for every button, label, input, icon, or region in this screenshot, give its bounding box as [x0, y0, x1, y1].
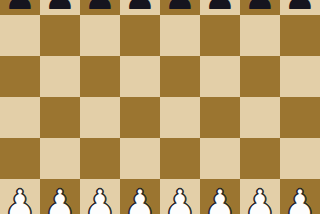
square-b7[interactable]: ♟ [40, 0, 80, 15]
square-b6[interactable] [40, 15, 80, 56]
square-a6[interactable] [0, 15, 40, 56]
square-d5[interactable] [120, 56, 160, 97]
chess-board: ♟♟♟♟♟♟♟♟♟♟♟♟♟♟♟♟ [0, 0, 320, 214]
black-pawn: ♟ [244, 0, 276, 15]
square-c4[interactable] [80, 97, 120, 138]
white-pawn: ♟ [244, 185, 276, 215]
square-a5[interactable] [0, 56, 40, 97]
chess-board-viewport: ♟♟♟♟♟♟♟♟♟♟♟♟♟♟♟♟ [0, 0, 320, 214]
square-f7[interactable]: ♟ [200, 0, 240, 15]
black-pawn: ♟ [44, 0, 76, 15]
white-pawn: ♟ [164, 185, 196, 215]
square-d7[interactable]: ♟ [120, 0, 160, 15]
square-d2[interactable]: ♟ [120, 179, 160, 214]
square-b3[interactable] [40, 138, 80, 179]
square-b5[interactable] [40, 56, 80, 97]
square-a3[interactable] [0, 138, 40, 179]
square-f6[interactable] [200, 15, 240, 56]
square-h4[interactable] [280, 97, 320, 138]
square-a7[interactable]: ♟ [0, 0, 40, 15]
black-pawn: ♟ [84, 0, 116, 15]
white-pawn: ♟ [124, 185, 156, 215]
white-pawn: ♟ [84, 185, 116, 215]
square-g6[interactable] [240, 15, 280, 56]
white-pawn: ♟ [4, 185, 36, 215]
white-pawn: ♟ [44, 185, 76, 215]
white-pawn: ♟ [204, 185, 236, 215]
black-pawn: ♟ [164, 0, 196, 15]
white-pawn: ♟ [284, 185, 316, 215]
square-f3[interactable] [200, 138, 240, 179]
black-pawn: ♟ [284, 0, 316, 15]
black-pawn: ♟ [4, 0, 36, 15]
square-d3[interactable] [120, 138, 160, 179]
square-e6[interactable] [160, 15, 200, 56]
square-e3[interactable] [160, 138, 200, 179]
square-g2[interactable]: ♟ [240, 179, 280, 214]
square-g4[interactable] [240, 97, 280, 138]
square-c6[interactable] [80, 15, 120, 56]
black-pawn: ♟ [204, 0, 236, 15]
square-e2[interactable]: ♟ [160, 179, 200, 214]
square-c7[interactable]: ♟ [80, 0, 120, 15]
square-f5[interactable] [200, 56, 240, 97]
square-g5[interactable] [240, 56, 280, 97]
square-c5[interactable] [80, 56, 120, 97]
square-f2[interactable]: ♟ [200, 179, 240, 214]
square-a2[interactable]: ♟ [0, 179, 40, 214]
square-e4[interactable] [160, 97, 200, 138]
square-f4[interactable] [200, 97, 240, 138]
square-d6[interactable] [120, 15, 160, 56]
square-e7[interactable]: ♟ [160, 0, 200, 15]
square-h6[interactable] [280, 15, 320, 56]
square-d4[interactable] [120, 97, 160, 138]
square-g7[interactable]: ♟ [240, 0, 280, 15]
square-b2[interactable]: ♟ [40, 179, 80, 214]
square-c2[interactable]: ♟ [80, 179, 120, 214]
square-g3[interactable] [240, 138, 280, 179]
square-h5[interactable] [280, 56, 320, 97]
square-b4[interactable] [40, 97, 80, 138]
square-a4[interactable] [0, 97, 40, 138]
square-h7[interactable]: ♟ [280, 0, 320, 15]
square-h3[interactable] [280, 138, 320, 179]
square-c3[interactable] [80, 138, 120, 179]
square-h2[interactable]: ♟ [280, 179, 320, 214]
square-e5[interactable] [160, 56, 200, 97]
black-pawn: ♟ [124, 0, 156, 15]
